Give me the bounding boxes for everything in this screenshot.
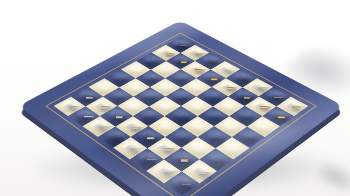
chess-set-photo: ♜♞♝♚♛♝♞♜♟♟♟♟♟♟♟♟♟♟♟♟♟♟♟♟♜♞♝♚♛♝♞♜ xyxy=(0,0,350,196)
board-playing-field: ♜♞♝♚♛♝♞♜♟♟♟♟♟♟♟♟♟♟♟♟♟♟♟♟♜♞♝♚♛♝♞♜ xyxy=(54,37,309,196)
scene: ♜♞♝♚♛♝♞♜♟♟♟♟♟♟♟♟♟♟♟♟♟♟♟♟♜♞♝♚♛♝♞♜ xyxy=(0,0,350,196)
chess-board: ♜♞♝♚♛♝♞♜♟♟♟♟♟♟♟♟♟♟♟♟♟♟♟♟♜♞♝♚♛♝♞♜ xyxy=(18,20,343,196)
piece-glyph: ♜ xyxy=(136,159,226,191)
square-a1[interactable]: ♜ xyxy=(164,171,200,196)
